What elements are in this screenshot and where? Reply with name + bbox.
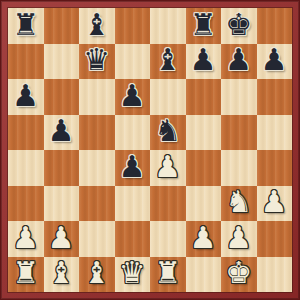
square-a4[interactable] <box>8 150 44 186</box>
square-e5[interactable]: ♞ <box>150 115 186 151</box>
white-bishop-icon: ♝ <box>83 258 110 288</box>
black-rook-icon: ♜ <box>12 10 39 40</box>
square-g3[interactable]: ♞ <box>221 186 257 222</box>
square-g4[interactable] <box>221 150 257 186</box>
white-pawn-icon: ♟ <box>48 223 75 253</box>
square-g8[interactable]: ♚ <box>221 8 257 44</box>
square-b3[interactable] <box>44 186 80 222</box>
square-f2[interactable]: ♟ <box>186 221 222 257</box>
black-pawn-icon: ♟ <box>48 116 75 146</box>
square-g2[interactable]: ♟ <box>221 221 257 257</box>
black-king-icon: ♚ <box>225 10 252 40</box>
white-bishop-icon: ♝ <box>48 258 75 288</box>
square-a6[interactable]: ♟ <box>8 79 44 115</box>
square-c5[interactable] <box>79 115 115 151</box>
square-a7[interactable] <box>8 44 44 80</box>
square-e8[interactable] <box>150 8 186 44</box>
square-g1[interactable]: ♚ <box>221 257 257 293</box>
white-king-icon: ♚ <box>225 258 252 288</box>
square-d1[interactable]: ♛ <box>115 257 151 293</box>
black-bishop-icon: ♝ <box>154 45 181 75</box>
square-f7[interactable]: ♟ <box>186 44 222 80</box>
square-h8[interactable] <box>257 8 293 44</box>
square-c8[interactable]: ♝ <box>79 8 115 44</box>
white-pawn-icon: ♟ <box>154 152 181 182</box>
white-pawn-icon: ♟ <box>190 223 217 253</box>
square-b5[interactable]: ♟ <box>44 115 80 151</box>
black-pawn-icon: ♟ <box>119 81 146 111</box>
square-d4[interactable]: ♟ <box>115 150 151 186</box>
square-a2[interactable]: ♟ <box>8 221 44 257</box>
square-h5[interactable] <box>257 115 293 151</box>
square-h6[interactable] <box>257 79 293 115</box>
square-c4[interactable] <box>79 150 115 186</box>
black-pawn-icon: ♟ <box>261 45 288 75</box>
square-b4[interactable] <box>44 150 80 186</box>
black-queen-icon: ♛ <box>83 45 110 75</box>
square-e1[interactable]: ♜ <box>150 257 186 293</box>
square-d7[interactable] <box>115 44 151 80</box>
square-b2[interactable]: ♟ <box>44 221 80 257</box>
white-pawn-icon: ♟ <box>261 187 288 217</box>
square-f8[interactable]: ♜ <box>186 8 222 44</box>
square-d3[interactable] <box>115 186 151 222</box>
square-f1[interactable] <box>186 257 222 293</box>
square-c7[interactable]: ♛ <box>79 44 115 80</box>
square-h1[interactable] <box>257 257 293 293</box>
square-h2[interactable] <box>257 221 293 257</box>
square-a5[interactable] <box>8 115 44 151</box>
black-pawn-icon: ♟ <box>12 81 39 111</box>
square-e6[interactable] <box>150 79 186 115</box>
black-bishop-icon: ♝ <box>83 10 110 40</box>
square-b7[interactable] <box>44 44 80 80</box>
square-a3[interactable] <box>8 186 44 222</box>
square-h7[interactable]: ♟ <box>257 44 293 80</box>
square-e3[interactable] <box>150 186 186 222</box>
white-queen-icon: ♛ <box>119 258 146 288</box>
chess-board: ♜♝♜♚♛♝♟♟♟♟♟♟♞♟♟♞♟♟♟♟♟♜♝♝♛♜♚ <box>8 8 292 292</box>
black-pawn-icon: ♟ <box>119 152 146 182</box>
square-e4[interactable]: ♟ <box>150 150 186 186</box>
square-d6[interactable]: ♟ <box>115 79 151 115</box>
black-knight-icon: ♞ <box>154 116 181 146</box>
black-rook-icon: ♜ <box>190 10 217 40</box>
black-pawn-icon: ♟ <box>225 45 252 75</box>
square-e2[interactable] <box>150 221 186 257</box>
white-pawn-icon: ♟ <box>225 223 252 253</box>
white-rook-icon: ♜ <box>154 258 181 288</box>
square-d5[interactable] <box>115 115 151 151</box>
square-f3[interactable] <box>186 186 222 222</box>
square-c1[interactable]: ♝ <box>79 257 115 293</box>
square-h3[interactable]: ♟ <box>257 186 293 222</box>
square-b6[interactable] <box>44 79 80 115</box>
board-frame: ♜♝♜♚♛♝♟♟♟♟♟♟♞♟♟♞♟♟♟♟♟♜♝♝♛♜♚ <box>0 0 300 300</box>
square-e7[interactable]: ♝ <box>150 44 186 80</box>
square-f6[interactable] <box>186 79 222 115</box>
square-c2[interactable] <box>79 221 115 257</box>
square-g5[interactable] <box>221 115 257 151</box>
square-g7[interactable]: ♟ <box>221 44 257 80</box>
square-d2[interactable] <box>115 221 151 257</box>
square-f5[interactable] <box>186 115 222 151</box>
square-d8[interactable] <box>115 8 151 44</box>
square-b1[interactable]: ♝ <box>44 257 80 293</box>
square-f4[interactable] <box>186 150 222 186</box>
square-a8[interactable]: ♜ <box>8 8 44 44</box>
square-g6[interactable] <box>221 79 257 115</box>
black-pawn-icon: ♟ <box>190 45 217 75</box>
square-b8[interactable] <box>44 8 80 44</box>
white-rook-icon: ♜ <box>12 258 39 288</box>
square-a1[interactable]: ♜ <box>8 257 44 293</box>
square-h4[interactable] <box>257 150 293 186</box>
white-pawn-icon: ♟ <box>12 223 39 253</box>
square-c3[interactable] <box>79 186 115 222</box>
square-c6[interactable] <box>79 79 115 115</box>
white-knight-icon: ♞ <box>225 187 252 217</box>
